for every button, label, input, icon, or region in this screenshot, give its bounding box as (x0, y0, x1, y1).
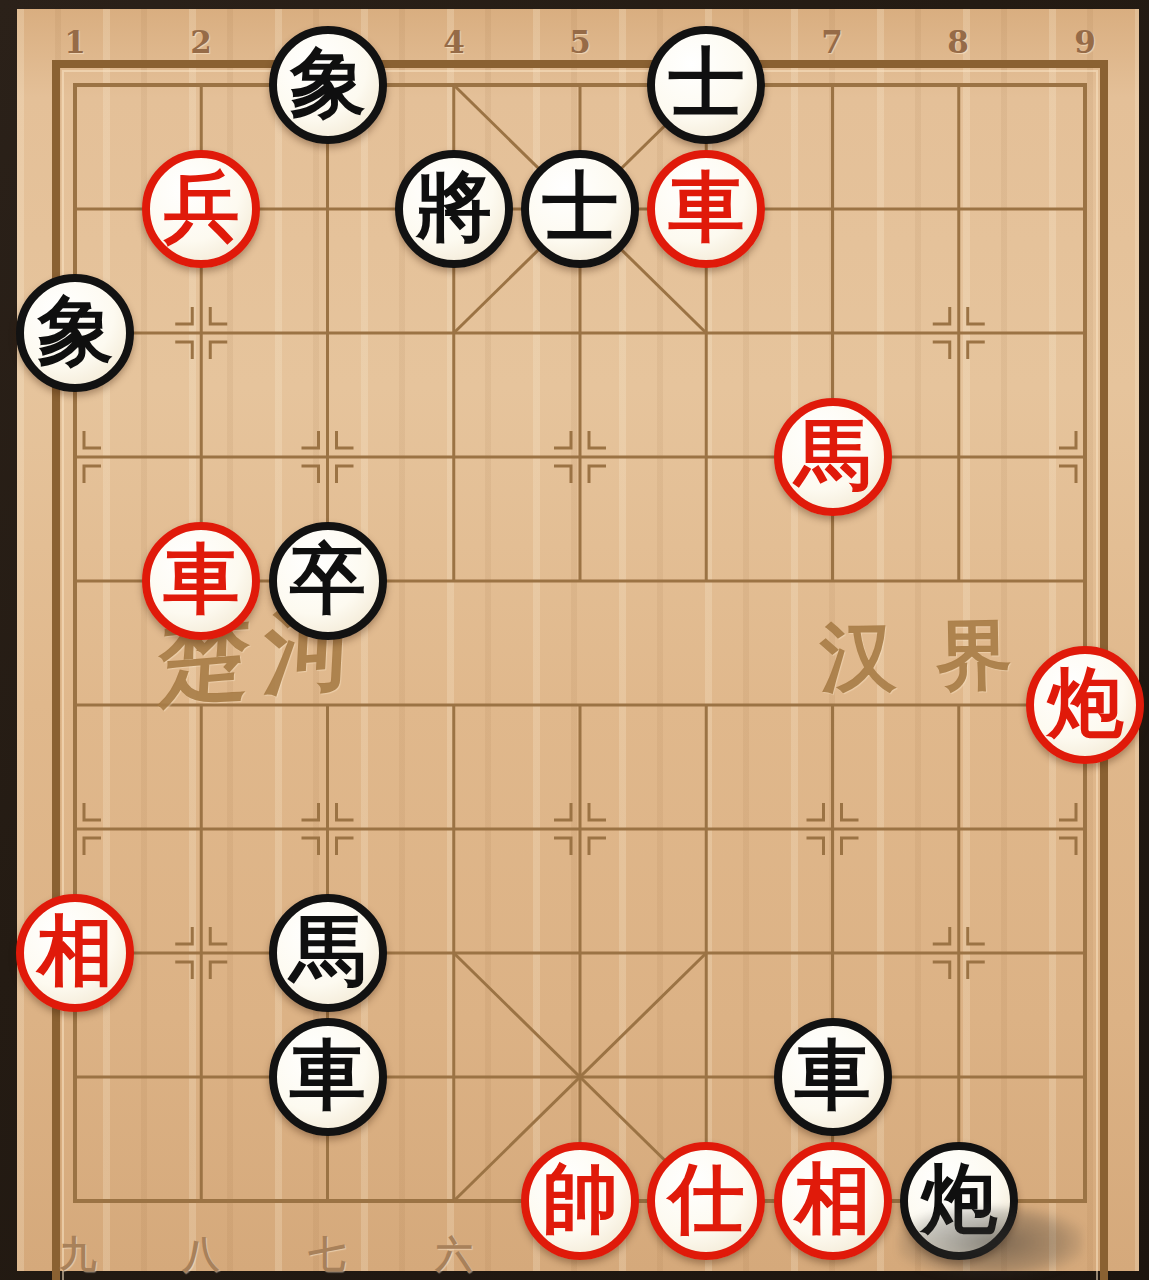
piece-glyph: 車 (795, 1037, 871, 1113)
piece-glyph: 馬 (795, 417, 871, 493)
black-elephant-piece[interactable]: 象 (16, 274, 134, 392)
piece-glyph: 象 (37, 293, 113, 369)
piece-glyph: 相 (37, 913, 113, 989)
piece-glyph: 仕 (668, 1161, 744, 1237)
piece-glyph: 士 (542, 169, 618, 245)
piece-glyph: 卒 (290, 541, 366, 617)
piece-glyph: 兵 (163, 169, 239, 245)
xiangqi-board[interactable]: 象士兵將士車象馬車卒炮相馬車車帥仕相炮 (12, 23, 1148, 1263)
xiangqi-screenshot: 1 2 3 4 5 6 7 8 9 九 八 七 六 楚河 汉界 象士兵將士車象馬… (0, 0, 1149, 1280)
black-elephant-piece[interactable]: 象 (269, 26, 387, 144)
red-cannon-piece[interactable]: 炮 (1026, 646, 1144, 764)
image-smudge-artifact (898, 1206, 1083, 1278)
black-general-piece[interactable]: 將 (395, 150, 513, 268)
piece-glyph: 士 (668, 45, 744, 121)
red-elephant-piece[interactable]: 相 (16, 894, 134, 1012)
piece-glyph: 車 (668, 169, 744, 245)
red-elephant-piece[interactable]: 相 (774, 1142, 892, 1260)
piece-glyph: 車 (163, 541, 239, 617)
piece-glyph: 帥 (542, 1161, 618, 1237)
black-chariot-piece[interactable]: 車 (774, 1018, 892, 1136)
red-soldier-piece[interactable]: 兵 (142, 150, 260, 268)
piece-glyph: 相 (795, 1161, 871, 1237)
piece-glyph: 車 (290, 1037, 366, 1113)
red-horse-piece[interactable]: 馬 (774, 398, 892, 516)
black-advisor-piece[interactable]: 士 (521, 150, 639, 268)
piece-glyph: 將 (416, 169, 492, 245)
red-general-piece[interactable]: 帥 (521, 1142, 639, 1260)
black-chariot-piece[interactable]: 車 (269, 1018, 387, 1136)
red-chariot-piece[interactable]: 車 (142, 522, 260, 640)
piece-glyph: 炮 (1047, 665, 1123, 741)
red-chariot-piece[interactable]: 車 (647, 150, 765, 268)
black-advisor-piece[interactable]: 士 (647, 26, 765, 144)
piece-glyph: 象 (290, 45, 366, 121)
black-horse-piece[interactable]: 馬 (269, 894, 387, 1012)
piece-glyph: 馬 (290, 913, 366, 989)
red-advisor-piece[interactable]: 仕 (647, 1142, 765, 1260)
black-soldier-piece[interactable]: 卒 (269, 522, 387, 640)
